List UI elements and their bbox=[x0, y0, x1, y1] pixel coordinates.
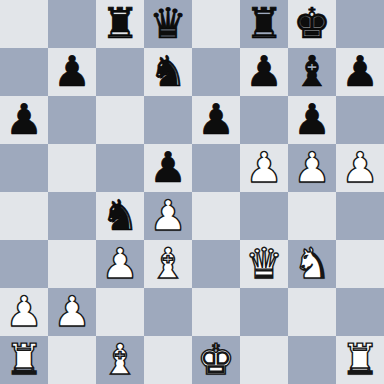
square-c2[interactable] bbox=[96, 288, 144, 336]
white-pawn[interactable]: ♟ bbox=[149, 192, 187, 240]
black-bishop[interactable]: ♝ bbox=[293, 48, 331, 96]
square-d6[interactable] bbox=[144, 96, 192, 144]
square-d1[interactable] bbox=[144, 336, 192, 384]
square-b8[interactable] bbox=[48, 0, 96, 48]
white-bishop[interactable]: ♝ bbox=[149, 240, 187, 288]
square-a6[interactable]: ♟ bbox=[0, 96, 48, 144]
square-b1[interactable] bbox=[48, 336, 96, 384]
square-e3[interactable] bbox=[192, 240, 240, 288]
square-d8[interactable]: ♛ bbox=[144, 0, 192, 48]
square-h2[interactable] bbox=[336, 288, 384, 336]
square-e1[interactable]: ♚ bbox=[192, 336, 240, 384]
white-rook[interactable]: ♜ bbox=[5, 336, 43, 384]
square-d7[interactable]: ♞ bbox=[144, 48, 192, 96]
square-g5[interactable]: ♟ bbox=[288, 144, 336, 192]
white-pawn[interactable]: ♟ bbox=[5, 288, 43, 336]
square-h4[interactable] bbox=[336, 192, 384, 240]
white-pawn[interactable]: ♟ bbox=[101, 240, 139, 288]
square-a7[interactable] bbox=[0, 48, 48, 96]
square-c4[interactable]: ♞ bbox=[96, 192, 144, 240]
black-pawn[interactable]: ♟ bbox=[245, 48, 283, 96]
square-c7[interactable] bbox=[96, 48, 144, 96]
black-pawn[interactable]: ♟ bbox=[341, 48, 379, 96]
white-pawn[interactable]: ♟ bbox=[53, 288, 91, 336]
square-g7[interactable]: ♝ bbox=[288, 48, 336, 96]
black-pawn[interactable]: ♟ bbox=[5, 96, 43, 144]
square-a4[interactable] bbox=[0, 192, 48, 240]
white-pawn[interactable]: ♟ bbox=[341, 144, 379, 192]
square-a1[interactable]: ♜ bbox=[0, 336, 48, 384]
square-f1[interactable] bbox=[240, 336, 288, 384]
square-g3[interactable]: ♞ bbox=[288, 240, 336, 288]
square-h5[interactable]: ♟ bbox=[336, 144, 384, 192]
black-pawn[interactable]: ♟ bbox=[293, 96, 331, 144]
square-g2[interactable] bbox=[288, 288, 336, 336]
white-queen[interactable]: ♛ bbox=[245, 240, 283, 288]
square-f2[interactable] bbox=[240, 288, 288, 336]
chess-board: ♜♛♜♚♟♞♟♝♟♟♟♟♟♟♟♟♞♟♟♝♛♞♟♟♜♝♚♜ bbox=[0, 0, 384, 384]
square-e8[interactable] bbox=[192, 0, 240, 48]
square-b4[interactable] bbox=[48, 192, 96, 240]
square-a5[interactable] bbox=[0, 144, 48, 192]
black-pawn[interactable]: ♟ bbox=[197, 96, 235, 144]
square-a8[interactable] bbox=[0, 0, 48, 48]
white-pawn[interactable]: ♟ bbox=[245, 144, 283, 192]
black-knight[interactable]: ♞ bbox=[101, 192, 139, 240]
square-e7[interactable] bbox=[192, 48, 240, 96]
square-h7[interactable]: ♟ bbox=[336, 48, 384, 96]
square-h3[interactable] bbox=[336, 240, 384, 288]
black-rook[interactable]: ♜ bbox=[101, 0, 139, 48]
square-g4[interactable] bbox=[288, 192, 336, 240]
square-g1[interactable] bbox=[288, 336, 336, 384]
square-g8[interactable]: ♚ bbox=[288, 0, 336, 48]
black-queen[interactable]: ♛ bbox=[149, 0, 187, 48]
white-rook[interactable]: ♜ bbox=[341, 336, 379, 384]
square-a2[interactable]: ♟ bbox=[0, 288, 48, 336]
square-e6[interactable]: ♟ bbox=[192, 96, 240, 144]
square-f8[interactable]: ♜ bbox=[240, 0, 288, 48]
square-f3[interactable]: ♛ bbox=[240, 240, 288, 288]
square-c5[interactable] bbox=[96, 144, 144, 192]
square-f5[interactable]: ♟ bbox=[240, 144, 288, 192]
square-c8[interactable]: ♜ bbox=[96, 0, 144, 48]
black-knight[interactable]: ♞ bbox=[149, 48, 187, 96]
white-pawn[interactable]: ♟ bbox=[293, 144, 331, 192]
square-a3[interactable] bbox=[0, 240, 48, 288]
black-pawn[interactable]: ♟ bbox=[53, 48, 91, 96]
white-king[interactable]: ♚ bbox=[197, 336, 235, 384]
square-d5[interactable]: ♟ bbox=[144, 144, 192, 192]
black-king[interactable]: ♚ bbox=[293, 0, 331, 48]
square-b6[interactable] bbox=[48, 96, 96, 144]
square-b2[interactable]: ♟ bbox=[48, 288, 96, 336]
square-f4[interactable] bbox=[240, 192, 288, 240]
square-f6[interactable] bbox=[240, 96, 288, 144]
square-h1[interactable]: ♜ bbox=[336, 336, 384, 384]
square-h6[interactable] bbox=[336, 96, 384, 144]
square-f7[interactable]: ♟ bbox=[240, 48, 288, 96]
square-b7[interactable]: ♟ bbox=[48, 48, 96, 96]
square-c3[interactable]: ♟ bbox=[96, 240, 144, 288]
square-d2[interactable] bbox=[144, 288, 192, 336]
square-c6[interactable] bbox=[96, 96, 144, 144]
black-rook[interactable]: ♜ bbox=[245, 0, 283, 48]
black-pawn[interactable]: ♟ bbox=[149, 144, 187, 192]
square-e5[interactable] bbox=[192, 144, 240, 192]
square-d3[interactable]: ♝ bbox=[144, 240, 192, 288]
square-h8[interactable] bbox=[336, 0, 384, 48]
white-bishop[interactable]: ♝ bbox=[101, 336, 139, 384]
square-e4[interactable] bbox=[192, 192, 240, 240]
square-b5[interactable] bbox=[48, 144, 96, 192]
white-knight[interactable]: ♞ bbox=[293, 240, 331, 288]
square-e2[interactable] bbox=[192, 288, 240, 336]
square-c1[interactable]: ♝ bbox=[96, 336, 144, 384]
square-b3[interactable] bbox=[48, 240, 96, 288]
square-d4[interactable]: ♟ bbox=[144, 192, 192, 240]
square-g6[interactable]: ♟ bbox=[288, 96, 336, 144]
